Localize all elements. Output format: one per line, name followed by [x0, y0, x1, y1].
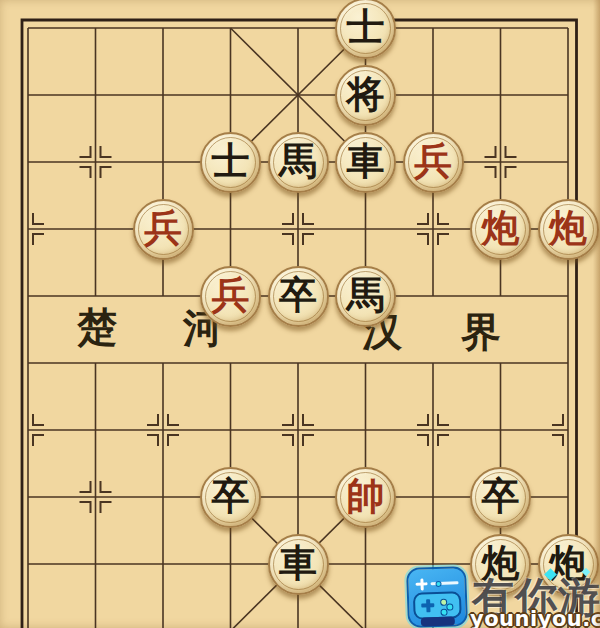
piece-glyph: 卒	[482, 477, 520, 515]
piece-black-horse[interactable]: 馬	[268, 132, 329, 193]
piece-glyph: 炮	[549, 544, 587, 582]
piece-red-cannon[interactable]: 炮	[470, 199, 531, 260]
piece-glyph: 兵	[414, 142, 452, 180]
piece-glyph: 帥	[347, 477, 385, 515]
piece-red-soldier[interactable]: 兵	[200, 266, 261, 327]
piece-black-soldier[interactable]: 卒	[268, 266, 329, 327]
piece-black-advisor[interactable]: 士	[200, 132, 261, 193]
piece-glyph: 卒	[279, 276, 317, 314]
piece-black-cannon[interactable]: 炮	[470, 534, 531, 595]
piece-glyph: 馬	[347, 276, 385, 314]
piece-black-horse[interactable]: 馬	[335, 266, 396, 327]
piece-red-general[interactable]: 帥	[335, 467, 396, 528]
piece-black-chariot[interactable]: 車	[268, 534, 329, 595]
piece-glyph: 兵	[212, 276, 250, 314]
piece-glyph: 馬	[279, 142, 317, 180]
xiangqi-board-screenshot: 楚 河 汉 界 士将士馬車兵兵炮炮兵卒馬卒帥卒車炮炮 有你游 youniyou.…	[0, 0, 600, 628]
piece-red-cannon[interactable]: 炮	[538, 199, 599, 260]
piece-glyph: 炮	[482, 544, 520, 582]
piece-glyph: 炮	[482, 209, 520, 247]
pieces-layer: 士将士馬車兵兵炮炮兵卒馬卒帥卒車炮炮	[0, 0, 600, 628]
piece-glyph: 卒	[212, 477, 250, 515]
piece-black-soldier[interactable]: 卒	[470, 467, 531, 528]
piece-black-advisor[interactable]: 士	[335, 0, 396, 59]
piece-glyph: 将	[347, 75, 385, 113]
piece-black-general[interactable]: 将	[335, 65, 396, 126]
piece-black-chariot[interactable]: 車	[335, 132, 396, 193]
piece-black-soldier[interactable]: 卒	[200, 467, 261, 528]
piece-glyph: 車	[279, 544, 317, 582]
piece-glyph: 士	[212, 142, 250, 180]
piece-red-soldier[interactable]: 兵	[133, 199, 194, 260]
piece-glyph: 車	[347, 142, 385, 180]
right-edge-shadow	[593, 0, 600, 628]
piece-glyph: 炮	[549, 209, 587, 247]
piece-black-cannon[interactable]: 炮	[538, 534, 599, 595]
piece-red-soldier[interactable]: 兵	[403, 132, 464, 193]
piece-glyph: 兵	[144, 209, 182, 247]
piece-glyph: 士	[347, 8, 385, 46]
